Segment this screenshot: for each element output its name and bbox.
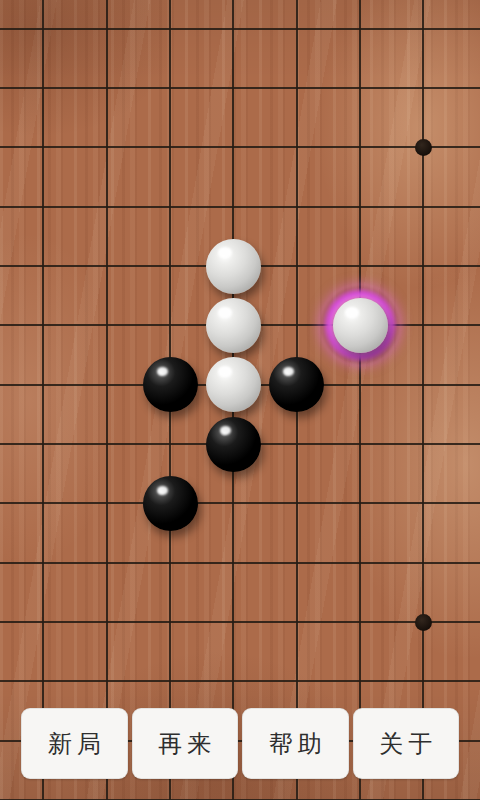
grid-line-horizontal [0,28,480,30]
black-stone [143,357,198,412]
help-button[interactable]: 帮助 [242,708,349,779]
black-stone [206,417,261,472]
black-stone [269,357,324,412]
stone-highlight [345,307,359,318]
stone-highlight [157,486,168,495]
grid-line-horizontal [0,621,480,623]
stone-highlight [220,426,231,435]
stone-highlight [157,367,168,376]
white-stone [206,357,261,412]
grid-line-horizontal [0,87,480,89]
star-point [415,614,432,631]
white-stone [206,239,261,294]
stone-highlight [218,247,232,258]
white-stone [333,298,388,353]
game-board[interactable] [0,0,480,800]
stone-highlight [218,366,232,377]
grid-line-horizontal [0,562,480,564]
grid-line-horizontal [0,680,480,682]
stone-highlight [218,307,232,318]
white-stone [206,298,261,353]
grid-line-horizontal [0,206,480,208]
gomoku-app: 新局 再来 帮助 关于 [0,0,480,800]
toolbar: 新局 再来 帮助 关于 [0,708,480,779]
star-point [415,139,432,156]
grid-line-horizontal [0,146,480,148]
retry-button[interactable]: 再来 [132,708,239,779]
stone-highlight [283,367,294,376]
about-button[interactable]: 关于 [353,708,460,779]
new-game-button[interactable]: 新局 [21,708,128,779]
grid-line-horizontal [0,502,480,504]
black-stone [143,476,198,531]
